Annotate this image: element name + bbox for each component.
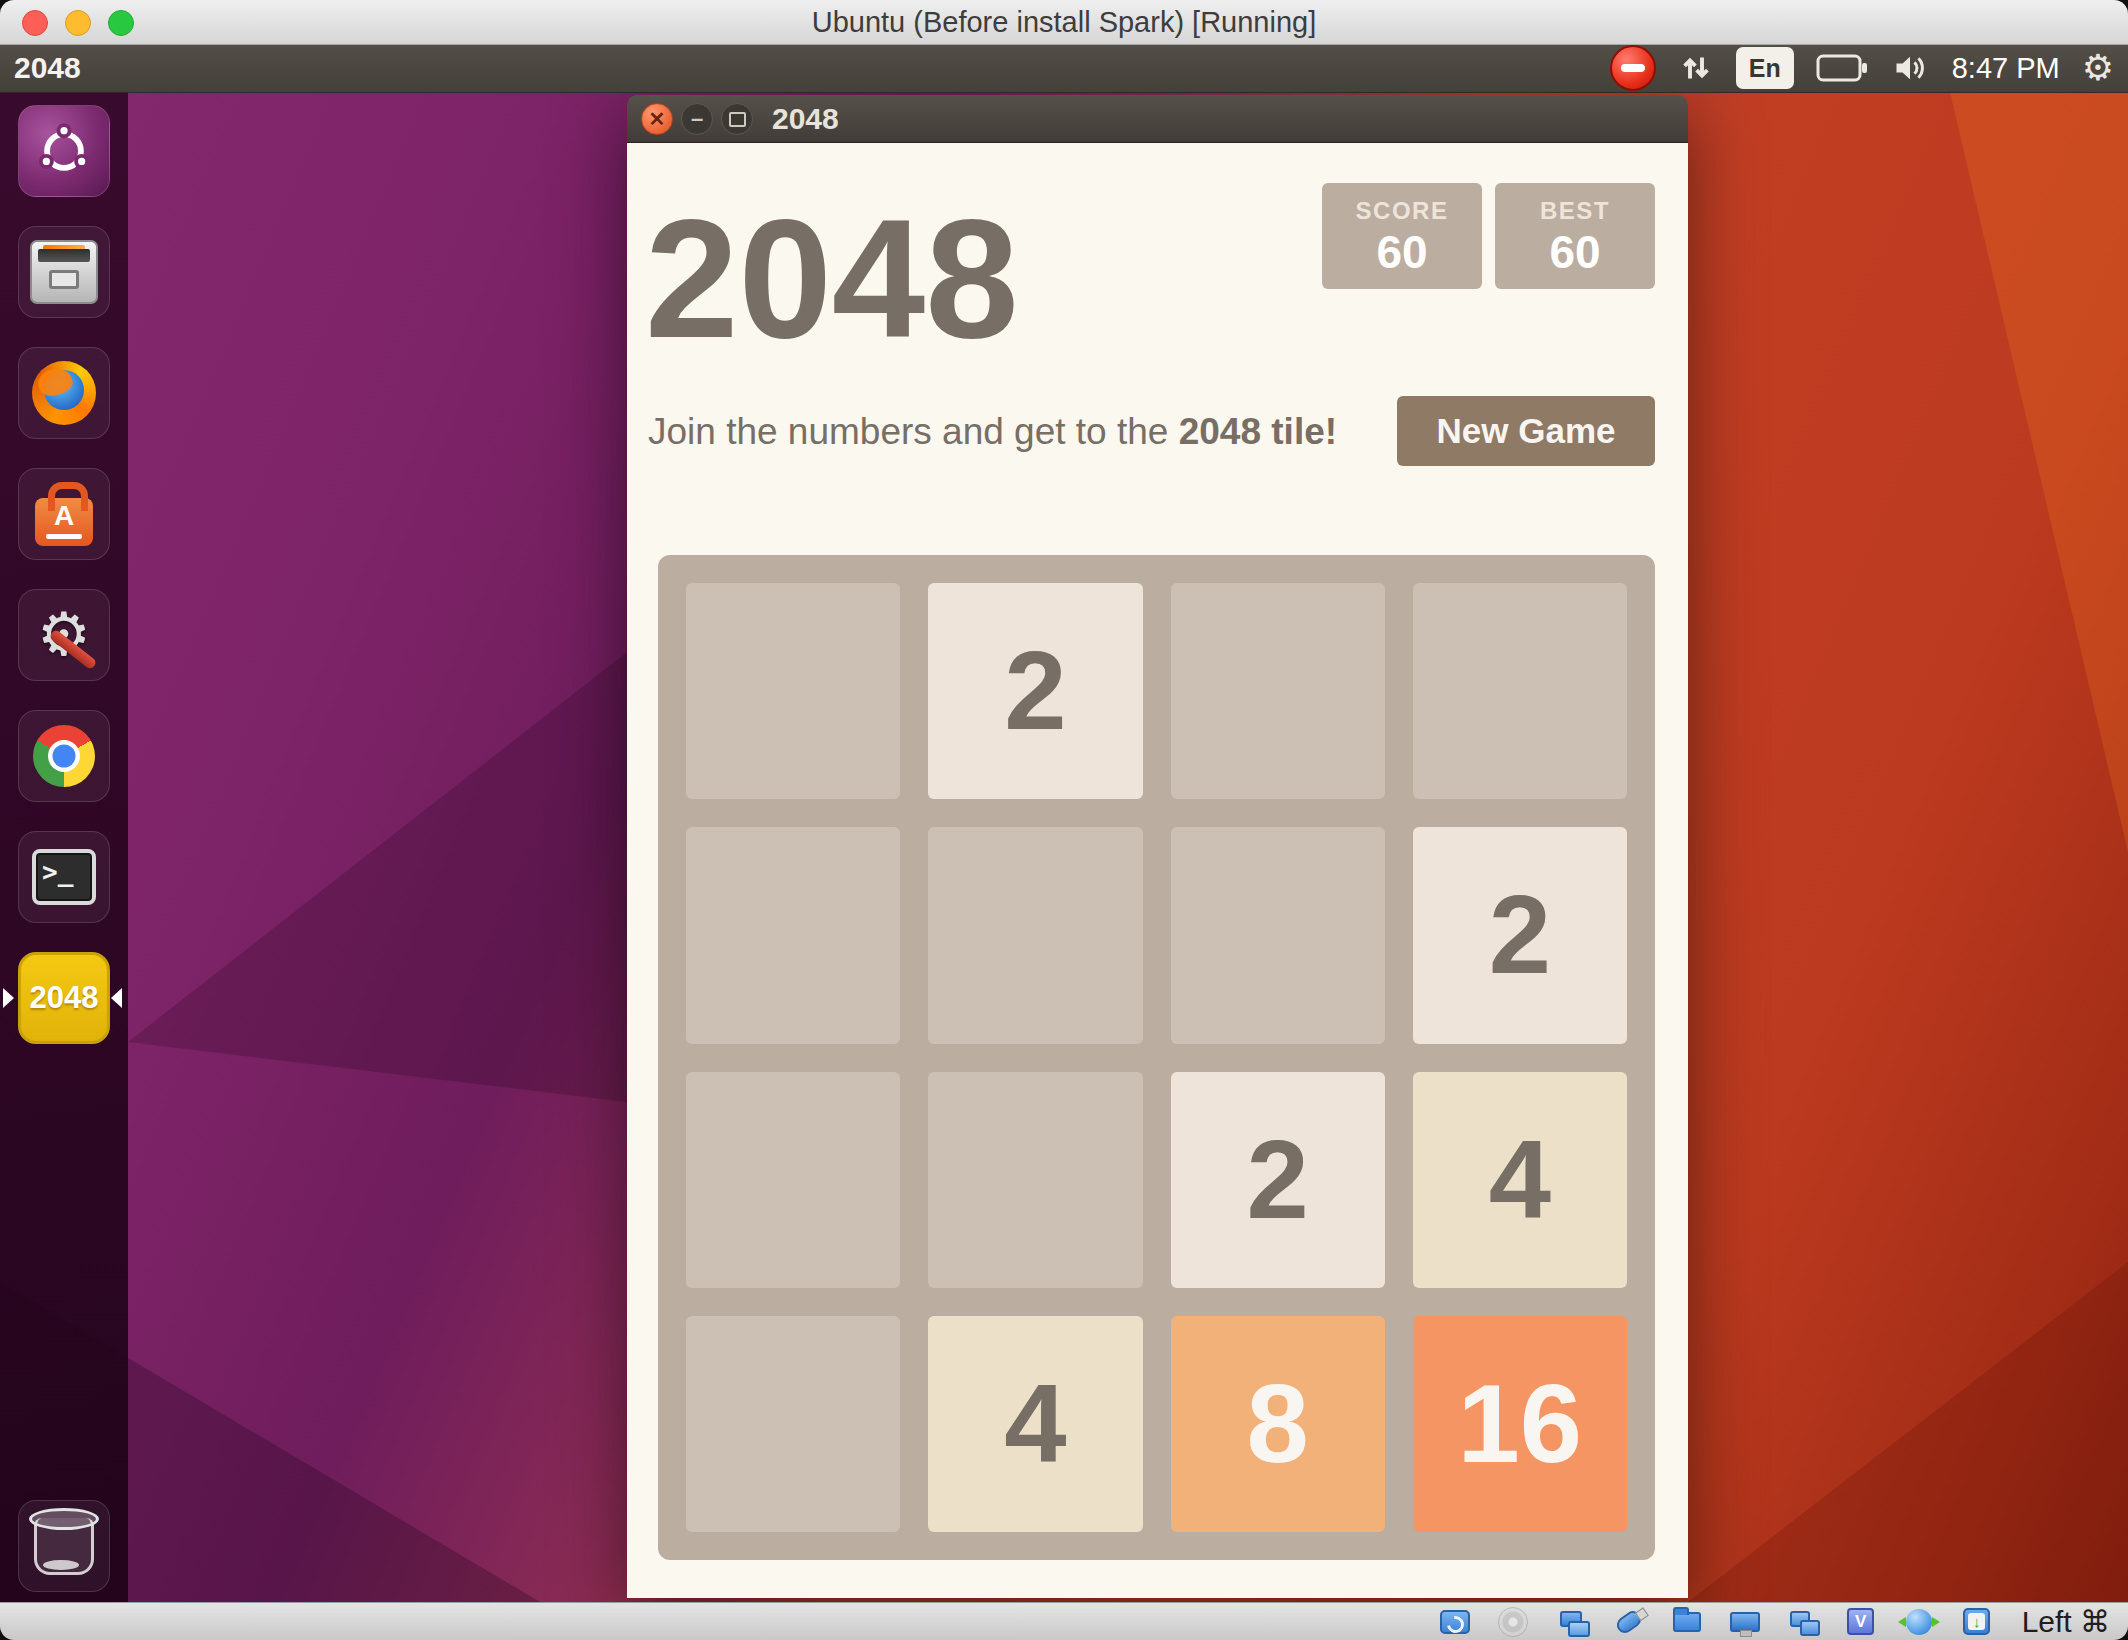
settings-gear-wrench-icon: ⚙ — [28, 599, 100, 671]
keyboard-layout-badge[interactable]: En — [1736, 47, 1794, 89]
network-arrows-icon[interactable] — [1678, 49, 1714, 87]
game-window-titlebar[interactable]: ✕ – 2048 — [627, 95, 1688, 143]
mac-zoom-button[interactable] — [108, 10, 134, 36]
board-cell-r3c1: 4 — [928, 1316, 1142, 1532]
launcher-item-system-settings[interactable]: ⚙ — [18, 589, 110, 681]
board-cell-r2c0 — [686, 1072, 900, 1288]
window-maximize-button[interactable] — [721, 103, 753, 135]
ubuntu-top-panel: 2048 En 8:47 PM ⚙ — [0, 44, 2128, 93]
vm-window-title: Ubuntu (Before install Spark) [Running] — [0, 0, 2128, 44]
mac-close-button[interactable] — [22, 10, 48, 36]
launcher-item-2048[interactable]: 2048 — [18, 952, 110, 1044]
launcher-item-trash[interactable] — [18, 1500, 110, 1592]
new-game-button[interactable]: New Game — [1397, 396, 1655, 466]
launcher-item-firefox[interactable] — [18, 347, 110, 439]
board-cell-r2c3: 4 — [1413, 1072, 1627, 1288]
mouse-integration-icon[interactable] — [1902, 1605, 1936, 1639]
system-tray: En 8:47 PM ⚙ — [1610, 44, 2114, 92]
usb-icon[interactable] — [1612, 1605, 1646, 1639]
board-cell-r2c1 — [928, 1072, 1142, 1288]
seamless-icon[interactable] — [1786, 1605, 1820, 1639]
host-key-label: Left ⌘ — [2022, 1604, 2110, 1639]
game-window-2048: ✕ – 2048 2048 SCORE 60 BEST 60 Join the … — [627, 95, 1688, 1598]
board-cell-r0c1: 2 — [928, 583, 1142, 799]
optical-disc-icon[interactable] — [1496, 1605, 1530, 1639]
firefox-icon — [32, 361, 96, 425]
board-cell-r0c0 — [686, 583, 900, 799]
score-panel: SCORE 60 BEST 60 — [1322, 183, 1655, 289]
mac-minimize-button[interactable] — [65, 10, 91, 36]
score-value: 60 — [1376, 229, 1427, 275]
window-minimize-button[interactable]: – — [681, 103, 713, 135]
volume-icon[interactable] — [1890, 50, 1930, 86]
board-cell-r1c0 — [686, 827, 900, 1043]
score-box: SCORE 60 — [1322, 183, 1482, 289]
launcher-item-dash-home[interactable] — [18, 105, 110, 197]
panel-app-name[interactable]: 2048 — [14, 44, 81, 92]
chrome-icon — [33, 725, 95, 787]
launcher-2048-badge: 2048 — [30, 980, 99, 1016]
window-close-button[interactable]: ✕ — [641, 103, 673, 135]
board-cell-r3c3: 16 — [1413, 1316, 1627, 1532]
virtualbox-statusbar: V ↓ Left ⌘ — [0, 1602, 2128, 1640]
session-gear-icon[interactable]: ⚙ — [2082, 50, 2114, 86]
unity-launcher: A ⚙ >_ 2048 — [0, 92, 128, 1602]
board-cell-r1c2 — [1171, 827, 1385, 1043]
launcher-item-files[interactable] — [18, 226, 110, 318]
keyboard-capture-icon[interactable]: ↓ — [1960, 1605, 1994, 1639]
red-dash-indicator-icon[interactable] — [1610, 45, 1656, 91]
macos-titlebar[interactable]: Ubuntu (Before install Spark) [Running] — [0, 0, 2128, 45]
best-value: 60 — [1549, 229, 1600, 275]
launcher-item-chrome[interactable] — [18, 710, 110, 802]
shared-folders-icon[interactable] — [1670, 1605, 1704, 1639]
launcher-item-terminal[interactable]: >_ — [18, 831, 110, 923]
board-cell-r1c3: 2 — [1413, 827, 1627, 1043]
game-window-title: 2048 — [772, 95, 839, 143]
file-cabinet-icon — [30, 240, 98, 304]
software-center-icon: A — [35, 498, 93, 546]
trash-icon — [34, 1518, 94, 1575]
terminal-icon: >_ — [32, 849, 96, 905]
traffic-lights — [22, 10, 134, 36]
battery-icon[interactable] — [1816, 53, 1868, 83]
score-label: SCORE — [1356, 197, 1449, 225]
ubuntu-logo-icon — [35, 122, 93, 180]
network-icon[interactable] — [1554, 1605, 1588, 1639]
game-board: 2 2 2 4 4 8 16 — [658, 555, 1655, 1560]
game-tagline: Join the numbers and get to the 2048 til… — [648, 411, 1337, 453]
board-cell-r3c0 — [686, 1316, 900, 1532]
board-cell-r3c2: 8 — [1171, 1316, 1385, 1532]
game-window-content: 2048 SCORE 60 BEST 60 Join the numbers a… — [627, 143, 1688, 1598]
best-box: BEST 60 — [1495, 183, 1655, 289]
board-cell-r1c1 — [928, 827, 1142, 1043]
clock[interactable]: 8:47 PM — [1952, 52, 2060, 85]
best-label: BEST — [1540, 197, 1610, 225]
board-cell-r0c3 — [1413, 583, 1627, 799]
board-cell-r2c2: 2 — [1171, 1072, 1385, 1288]
hard-disk-icon[interactable] — [1438, 1605, 1472, 1639]
virtualbox-vm-window: Ubuntu (Before install Spark) [Running] … — [0, 0, 2128, 1640]
launcher-item-ubuntu-software[interactable]: A — [18, 468, 110, 560]
display-icon[interactable] — [1728, 1605, 1762, 1639]
board-cell-r0c2 — [1171, 583, 1385, 799]
virtualization-chip-icon[interactable]: V — [1844, 1605, 1878, 1639]
game-heading: 2048 — [645, 195, 1019, 363]
